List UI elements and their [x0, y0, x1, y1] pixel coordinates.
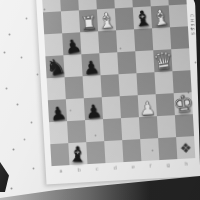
black-knight-glyph: ♞ — [44, 55, 68, 81]
chessboard-photo: ♜♝♝♝♟♞♟♛♟♟♟♚♝ abcdefgh CHESS ❖ — [0, 0, 200, 200]
white-king-glyph: ♚ — [172, 91, 195, 116]
file-label-a: a — [59, 168, 62, 174]
pieces-layer: ♜♝♝♝♟♞♟♛♟♟♟♚♝ — [42, 0, 196, 166]
piece-black-bishop-b1[interactable]: ♝ — [68, 136, 86, 166]
piece-black-pawn-a3[interactable]: ♟ — [46, 92, 68, 124]
piece-white-king-h3[interactable]: ♚ — [172, 85, 194, 117]
board-edge-brand-text: CHESS — [189, 14, 197, 76]
chess-board: ♜♝♝♝♟♞♟♛♟♟♟♚♝ abcdefgh CHESS ❖ — [36, 0, 200, 184]
file-label-b: b — [77, 167, 81, 173]
black-bishop-glyph: ♝ — [68, 145, 87, 166]
black-pawn-glyph: ♟ — [85, 102, 103, 121]
white-queen-glyph: ♛ — [151, 48, 175, 74]
black-pawn-glyph: ♟ — [49, 104, 68, 124]
black-pawn-glyph: ♟ — [63, 36, 83, 57]
file-label-d: d — [113, 164, 117, 170]
file-label-f: f — [150, 163, 152, 169]
film-grain — [0, 0, 1, 1]
piece-black-pawn-c3[interactable]: ♟ — [83, 90, 104, 122]
file-label-g: g — [166, 162, 170, 168]
white-bishop-glyph: ♝ — [150, 6, 172, 30]
background-shadow-left-edge — [0, 162, 9, 192]
file-label-h: h — [185, 161, 189, 167]
file-label-c: c — [95, 166, 98, 172]
piece-white-pawn-f3[interactable]: ♟ — [137, 87, 157, 118]
white-pawn-glyph: ♟ — [139, 99, 156, 118]
file-label-e: e — [131, 163, 134, 169]
black-pawn-glyph: ♟ — [82, 58, 100, 78]
piece-white-bishop-g7[interactable]: ♝ — [149, 0, 172, 30]
piece-white-queen-g5[interactable]: ♛ — [152, 42, 174, 74]
piece-black-knight-a5[interactable]: ♞ — [43, 47, 67, 80]
white-bishop-glyph: ♝ — [96, 10, 117, 33]
piece-white-bishop-d7[interactable]: ♝ — [96, 1, 117, 33]
piece-black-pawn-c5[interactable]: ♟ — [80, 46, 101, 78]
white-rook-glyph: ♜ — [79, 13, 98, 33]
